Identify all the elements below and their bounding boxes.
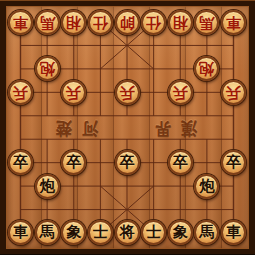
piece-red-elephant[interactable]: 相 <box>168 10 193 35</box>
piece-glyph: 象 <box>173 225 188 240</box>
piece-glyph: 相 <box>66 15 81 30</box>
piece-glyph: 卒 <box>120 155 135 170</box>
piece-red-chariot[interactable]: 車 <box>221 10 246 35</box>
piece-red-soldier[interactable]: 兵 <box>61 80 86 105</box>
piece-glyph: 炮 <box>199 179 214 194</box>
piece-black-soldier[interactable]: 卒 <box>61 150 86 175</box>
piece-black-elephant[interactable]: 象 <box>61 220 86 245</box>
piece-glyph: 兵 <box>66 85 81 100</box>
piece-glyph: 兵 <box>226 85 241 100</box>
piece-red-horse[interactable]: 馬 <box>35 10 60 35</box>
piece-black-chariot[interactable]: 車 <box>221 220 246 245</box>
piece-glyph: 卒 <box>13 155 28 170</box>
piece-glyph: 車 <box>13 225 28 240</box>
piece-black-cannon[interactable]: 炮 <box>194 174 219 199</box>
piece-glyph: 帥 <box>120 15 135 30</box>
piece-red-cannon[interactable]: 炮 <box>194 56 219 81</box>
piece-red-elephant[interactable]: 相 <box>61 10 86 35</box>
piece-glyph: 車 <box>13 15 28 30</box>
piece-red-chariot[interactable]: 車 <box>8 10 33 35</box>
piece-glyph: 車 <box>226 15 241 30</box>
piece-glyph: 卒 <box>226 155 241 170</box>
piece-glyph: 士 <box>146 225 161 240</box>
piece-glyph: 兵 <box>120 85 135 100</box>
piece-glyph: 炮 <box>40 179 55 194</box>
piece-black-soldier[interactable]: 卒 <box>8 150 33 175</box>
piece-black-elephant[interactable]: 象 <box>168 220 193 245</box>
piece-black-advisor[interactable]: 士 <box>141 220 166 245</box>
piece-glyph: 士 <box>93 225 108 240</box>
piece-black-chariot[interactable]: 車 <box>8 220 33 245</box>
xiangqi-board-window: 楚河 漢界 車馬相仕帥仕相馬車炮炮兵兵兵兵兵卒卒卒卒卒炮炮車馬象士将士象馬車 <box>0 0 255 255</box>
piece-red-soldier[interactable]: 兵 <box>115 80 140 105</box>
piece-glyph: 馬 <box>199 225 214 240</box>
piece-red-soldier[interactable]: 兵 <box>168 80 193 105</box>
piece-glyph: 相 <box>173 15 188 30</box>
piece-red-soldier[interactable]: 兵 <box>8 80 33 105</box>
piece-glyph: 卒 <box>66 155 81 170</box>
piece-glyph: 将 <box>120 225 135 240</box>
piece-glyph: 兵 <box>173 85 188 100</box>
piece-red-soldier[interactable]: 兵 <box>221 80 246 105</box>
piece-glyph: 象 <box>66 225 81 240</box>
piece-black-horse[interactable]: 馬 <box>35 220 60 245</box>
piece-black-advisor[interactable]: 士 <box>88 220 113 245</box>
piece-red-advisor[interactable]: 仕 <box>88 10 113 35</box>
piece-glyph: 馬 <box>199 15 214 30</box>
piece-black-soldier[interactable]: 卒 <box>168 150 193 175</box>
piece-red-cannon[interactable]: 炮 <box>35 56 60 81</box>
piece-black-general[interactable]: 将 <box>115 220 140 245</box>
piece-black-soldier[interactable]: 卒 <box>115 150 140 175</box>
piece-glyph: 馬 <box>40 15 55 30</box>
piece-red-general[interactable]: 帥 <box>115 10 140 35</box>
piece-glyph: 仕 <box>93 15 108 30</box>
piece-glyph: 兵 <box>13 85 28 100</box>
piece-black-cannon[interactable]: 炮 <box>35 174 60 199</box>
piece-glyph: 仕 <box>146 15 161 30</box>
piece-glyph: 炮 <box>40 61 55 76</box>
pieces-layer: 車馬相仕帥仕相馬車炮炮兵兵兵兵兵卒卒卒卒卒炮炮車馬象士将士象馬車 <box>0 0 255 255</box>
piece-red-horse[interactable]: 馬 <box>194 10 219 35</box>
piece-glyph: 車 <box>226 225 241 240</box>
piece-glyph: 卒 <box>173 155 188 170</box>
piece-black-soldier[interactable]: 卒 <box>221 150 246 175</box>
piece-glyph: 馬 <box>40 225 55 240</box>
piece-glyph: 炮 <box>199 61 214 76</box>
piece-red-advisor[interactable]: 仕 <box>141 10 166 35</box>
piece-black-horse[interactable]: 馬 <box>194 220 219 245</box>
